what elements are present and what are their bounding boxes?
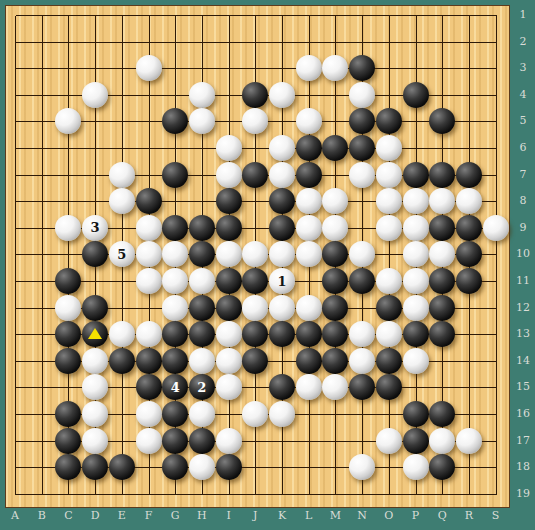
stone-white[interactable] <box>189 348 215 374</box>
stone-white[interactable] <box>269 135 295 161</box>
stone-white[interactable] <box>162 268 188 294</box>
stone-black[interactable] <box>136 188 162 214</box>
move-number-label: 4 <box>171 381 180 394</box>
column-label-I: I <box>226 509 230 522</box>
stone-white[interactable] <box>109 162 135 188</box>
column-label-N: N <box>357 509 367 522</box>
row-label-8: 8 <box>513 194 533 207</box>
stone-white[interactable] <box>136 321 162 347</box>
stone-black[interactable] <box>403 321 429 347</box>
column-label-E: E <box>118 509 126 522</box>
stone-black[interactable] <box>189 295 215 321</box>
stone-white[interactable] <box>403 348 429 374</box>
stone-white[interactable] <box>403 241 429 267</box>
stone-white[interactable] <box>109 188 135 214</box>
stone-black[interactable] <box>403 401 429 427</box>
column-label-D: D <box>91 509 100 522</box>
stone-white[interactable] <box>82 428 108 454</box>
stone-white[interactable] <box>136 241 162 267</box>
stone-black[interactable] <box>162 162 188 188</box>
stone-black[interactable] <box>162 428 188 454</box>
stone-black[interactable] <box>403 82 429 108</box>
stone-black[interactable] <box>296 162 322 188</box>
stone-white[interactable] <box>189 454 215 480</box>
stone-white[interactable] <box>216 135 242 161</box>
stone-black[interactable] <box>349 268 375 294</box>
row-label-6: 6 <box>513 141 533 154</box>
stone-black[interactable] <box>242 348 268 374</box>
column-label-R: R <box>465 509 473 522</box>
stone-white[interactable] <box>456 428 482 454</box>
stone-white[interactable] <box>296 374 322 400</box>
stone-black[interactable] <box>55 428 81 454</box>
stone-white[interactable] <box>403 188 429 214</box>
stone-black[interactable] <box>55 348 81 374</box>
stone-white[interactable] <box>376 188 402 214</box>
stone-black[interactable] <box>242 162 268 188</box>
stone-black[interactable] <box>189 215 215 241</box>
column-label-K: K <box>278 509 286 522</box>
stone-black[interactable] <box>349 135 375 161</box>
stone-black[interactable] <box>429 268 455 294</box>
stone-white[interactable] <box>403 215 429 241</box>
row-label-16: 16 <box>513 407 533 420</box>
stone-white[interactable] <box>216 374 242 400</box>
stone-white[interactable] <box>296 55 322 81</box>
go-diagram: 35142 ABCDEFGHIJKLMNOPQRS 12345678910111… <box>0 0 535 530</box>
stone-white[interactable]: 5 <box>109 241 135 267</box>
row-label-15: 15 <box>513 380 533 393</box>
stone-black[interactable] <box>136 348 162 374</box>
stone-black[interactable] <box>429 295 455 321</box>
stone-white[interactable] <box>189 82 215 108</box>
stone-white[interactable] <box>403 454 429 480</box>
row-label-12: 12 <box>513 301 533 314</box>
stone-white[interactable] <box>136 55 162 81</box>
stone-black[interactable] <box>136 374 162 400</box>
stone-white[interactable] <box>376 135 402 161</box>
stone-white[interactable] <box>349 162 375 188</box>
column-label-C: C <box>64 509 72 522</box>
column-label-P: P <box>412 509 419 522</box>
stone-black[interactable] <box>242 82 268 108</box>
row-label-10: 10 <box>513 247 533 260</box>
stone-black[interactable] <box>162 348 188 374</box>
stone-black[interactable] <box>376 348 402 374</box>
stone-white[interactable] <box>189 401 215 427</box>
stone-black[interactable] <box>322 348 348 374</box>
column-label-A: A <box>11 509 19 522</box>
column-label-S: S <box>492 509 500 522</box>
column-label-F: F <box>145 509 153 522</box>
column-label-J: J <box>253 509 257 522</box>
stone-white[interactable] <box>376 428 402 454</box>
stone-black[interactable] <box>296 135 322 161</box>
stone-white[interactable] <box>55 215 81 241</box>
stone-black[interactable] <box>376 295 402 321</box>
stone-white[interactable] <box>136 401 162 427</box>
stone-black[interactable] <box>376 374 402 400</box>
stone-white[interactable] <box>216 162 242 188</box>
row-label-7: 7 <box>513 168 533 181</box>
stone-black[interactable] <box>456 268 482 294</box>
stone-white[interactable] <box>403 268 429 294</box>
stone-black[interactable] <box>216 215 242 241</box>
stone-white[interactable] <box>376 215 402 241</box>
stone-white[interactable] <box>82 348 108 374</box>
stone-white[interactable] <box>296 241 322 267</box>
row-label-19: 19 <box>513 487 533 500</box>
row-label-18: 18 <box>513 460 533 473</box>
stone-white[interactable] <box>82 82 108 108</box>
stone-white[interactable] <box>269 162 295 188</box>
row-label-14: 14 <box>513 354 533 367</box>
stone-black[interactable] <box>216 188 242 214</box>
stone-white[interactable] <box>216 241 242 267</box>
stone-black[interactable] <box>429 401 455 427</box>
stone-white[interactable] <box>162 295 188 321</box>
stone-black[interactable] <box>216 295 242 321</box>
stone-black[interactable] <box>189 321 215 347</box>
column-label-M: M <box>330 509 341 522</box>
row-label-3: 3 <box>513 61 533 74</box>
column-label-B: B <box>38 509 46 522</box>
stone-black[interactable] <box>296 348 322 374</box>
stone-black[interactable] <box>403 428 429 454</box>
stone-white[interactable] <box>136 428 162 454</box>
stone-black[interactable] <box>269 215 295 241</box>
stone-white[interactable] <box>216 428 242 454</box>
row-label-1: 1 <box>513 8 533 21</box>
stone-black[interactable] <box>376 108 402 134</box>
stone-white[interactable] <box>376 162 402 188</box>
stone-black[interactable] <box>296 321 322 347</box>
stone-white[interactable] <box>296 215 322 241</box>
column-label-Q: Q <box>438 509 447 522</box>
stone-white[interactable] <box>429 428 455 454</box>
stone-white[interactable] <box>403 295 429 321</box>
stone-white[interactable] <box>349 348 375 374</box>
stone-black[interactable] <box>189 428 215 454</box>
go-board[interactable]: 35142 <box>5 5 510 508</box>
stone-black[interactable] <box>216 454 242 480</box>
stone-black[interactable] <box>162 401 188 427</box>
stone-black[interactable] <box>216 268 242 294</box>
column-label-L: L <box>305 509 312 522</box>
stone-white[interactable] <box>55 295 81 321</box>
triangle-marker-icon <box>88 328 102 339</box>
move-number-label: 1 <box>277 275 286 288</box>
stone-white[interactable] <box>456 188 482 214</box>
stone-white[interactable]: 3 <box>82 215 108 241</box>
stone-black[interactable] <box>109 454 135 480</box>
stone-white[interactable]: 1 <box>269 268 295 294</box>
stone-white[interactable] <box>136 268 162 294</box>
row-label-5: 5 <box>513 114 533 127</box>
row-label-2: 2 <box>513 35 533 48</box>
stone-white[interactable] <box>269 401 295 427</box>
stone-white[interactable] <box>322 215 348 241</box>
stone-white[interactable] <box>296 188 322 214</box>
column-label-G: G <box>171 509 180 522</box>
stone-black[interactable] <box>456 162 482 188</box>
stone-black[interactable] <box>322 295 348 321</box>
stone-white[interactable] <box>296 108 322 134</box>
stone-white[interactable] <box>216 321 242 347</box>
stone-black[interactable] <box>82 295 108 321</box>
row-label-9: 9 <box>513 221 533 234</box>
stone-black[interactable] <box>403 162 429 188</box>
stone-black[interactable] <box>269 321 295 347</box>
stone-white[interactable] <box>82 401 108 427</box>
stone-black[interactable] <box>429 162 455 188</box>
stone-white[interactable] <box>109 321 135 347</box>
stone-white[interactable] <box>216 348 242 374</box>
row-label-4: 4 <box>513 88 533 101</box>
stone-white[interactable] <box>483 215 509 241</box>
move-number-label: 3 <box>91 221 100 234</box>
row-label-17: 17 <box>513 434 533 447</box>
stone-white[interactable] <box>376 268 402 294</box>
stone-white[interactable] <box>296 295 322 321</box>
column-label-H: H <box>197 509 207 522</box>
row-label-11: 11 <box>513 274 533 287</box>
move-number-label: 2 <box>197 381 206 394</box>
stone-white[interactable] <box>269 82 295 108</box>
stone-white[interactable] <box>269 295 295 321</box>
stone-black[interactable] <box>109 348 135 374</box>
stone-white[interactable] <box>136 215 162 241</box>
move-number-label: 5 <box>117 248 126 261</box>
stone-white[interactable] <box>376 321 402 347</box>
row-label-13: 13 <box>513 327 533 340</box>
stone-white[interactable] <box>242 295 268 321</box>
stone-black[interactable] <box>429 215 455 241</box>
stone-black[interactable] <box>269 188 295 214</box>
stone-white[interactable] <box>349 82 375 108</box>
stone-black[interactable] <box>456 215 482 241</box>
stone-white[interactable] <box>189 268 215 294</box>
column-label-O: O <box>384 509 393 522</box>
stone-black[interactable] <box>162 215 188 241</box>
